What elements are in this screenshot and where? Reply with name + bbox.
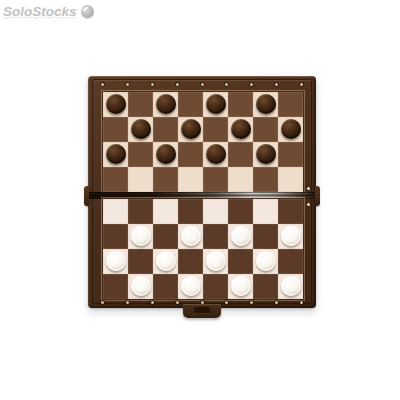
board-square: [153, 92, 178, 117]
board-square: [128, 167, 153, 192]
rivet-dot-icon: [300, 301, 303, 304]
board-square: [153, 142, 178, 167]
white-piece: [231, 276, 251, 296]
board-square: [178, 167, 203, 192]
white-piece: [281, 276, 301, 296]
board-square: [103, 199, 128, 224]
board-square: [103, 167, 128, 192]
board-square: [128, 224, 153, 249]
globe-swoosh: [81, 5, 94, 18]
dark-piece: [206, 94, 226, 114]
board-square: [228, 92, 253, 117]
board-square: [278, 249, 303, 274]
board-square: [128, 274, 153, 299]
board-top-half: [103, 92, 303, 192]
dark-piece: [181, 119, 201, 139]
rivet-dot-icon: [151, 83, 154, 86]
rivet-dot-icon: [176, 301, 179, 304]
dark-piece: [256, 144, 276, 164]
clasp-latch: [183, 304, 221, 318]
board-square: [228, 199, 253, 224]
board-square: [203, 199, 228, 224]
board-square: [278, 117, 303, 142]
white-piece: [281, 226, 301, 246]
rivet-dot-icon: [201, 83, 204, 86]
rivet-dot-icon: [250, 301, 253, 304]
board-square: [203, 117, 228, 142]
board-bottom-half: [103, 199, 303, 299]
board-square: [128, 249, 153, 274]
board-square: [203, 249, 228, 274]
product-photo: SoloStocks: [0, 0, 400, 400]
board-square: [103, 117, 128, 142]
board-square: [128, 199, 153, 224]
board-square: [278, 92, 303, 117]
dark-piece: [156, 144, 176, 164]
rivet-dot-icon: [250, 83, 253, 86]
board-square: [203, 167, 228, 192]
hinge-left: [84, 186, 89, 206]
board-square: [103, 142, 128, 167]
checkers-case: [88, 76, 316, 308]
watermark: SoloStocks: [3, 4, 94, 19]
board-square: [128, 117, 153, 142]
board-square: [153, 167, 178, 192]
white-piece: [181, 226, 201, 246]
hinge-pin-icon: [307, 187, 310, 190]
board-square: [253, 167, 278, 192]
white-piece: [106, 251, 126, 271]
board-square: [278, 274, 303, 299]
board-square: [253, 249, 278, 274]
board-square: [178, 92, 203, 117]
dark-piece: [281, 119, 301, 139]
board-square: [153, 199, 178, 224]
board-square: [228, 167, 253, 192]
white-piece: [156, 251, 176, 271]
rivet-dot-icon: [225, 83, 228, 86]
watermark-brand: SoloStocks: [3, 4, 77, 19]
rivet-dot-icon: [101, 301, 104, 304]
board-square: [228, 249, 253, 274]
board-square: [278, 199, 303, 224]
board-square: [228, 274, 253, 299]
board-square: [228, 142, 253, 167]
board-square: [253, 117, 278, 142]
board-square: [128, 92, 153, 117]
board-square: [178, 274, 203, 299]
rivet-dots-top: [101, 83, 303, 86]
white-piece: [131, 226, 151, 246]
white-piece: [256, 251, 276, 271]
hinge-right: [315, 186, 320, 206]
board-square: [153, 274, 178, 299]
board-square: [253, 92, 278, 117]
board-square: [278, 167, 303, 192]
rivet-dot-icon: [176, 83, 179, 86]
board-square: [128, 142, 153, 167]
rivet-dot-icon: [126, 301, 129, 304]
white-piece: [231, 226, 251, 246]
hinge-pin-icon: [307, 203, 310, 206]
board-square: [253, 224, 278, 249]
rivet-dot-icon: [126, 83, 129, 86]
board-square: [103, 274, 128, 299]
board-square: [228, 224, 253, 249]
board-square: [153, 249, 178, 274]
board-square: [103, 249, 128, 274]
white-piece: [206, 251, 226, 271]
rivet-dot-icon: [101, 83, 104, 86]
board-square: [203, 92, 228, 117]
rivet-dot-icon: [300, 83, 303, 86]
board-square: [278, 142, 303, 167]
board-square: [253, 274, 278, 299]
board-square: [178, 142, 203, 167]
dark-piece: [156, 94, 176, 114]
board-square: [253, 142, 278, 167]
dark-piece: [206, 144, 226, 164]
board-square: [153, 224, 178, 249]
globe-icon: [81, 5, 94, 18]
board-square: [178, 117, 203, 142]
board-square: [203, 274, 228, 299]
white-piece: [181, 276, 201, 296]
board-square: [278, 224, 303, 249]
hinge-seam: [88, 192, 316, 199]
board-square: [228, 117, 253, 142]
board-square: [178, 249, 203, 274]
board-square: [253, 199, 278, 224]
board-square: [178, 199, 203, 224]
board-square: [103, 92, 128, 117]
rivet-dot-icon: [151, 301, 154, 304]
white-piece: [131, 276, 151, 296]
dark-piece: [231, 119, 251, 139]
dark-piece: [106, 144, 126, 164]
board-square: [103, 224, 128, 249]
dark-piece: [256, 94, 276, 114]
rivet-dot-icon: [275, 301, 278, 304]
rivet-dot-icon: [225, 301, 228, 304]
board-square: [203, 142, 228, 167]
board-square: [153, 117, 178, 142]
clasp-tab: [194, 307, 210, 314]
dark-piece: [106, 94, 126, 114]
rivet-dot-icon: [275, 83, 278, 86]
board-square: [178, 224, 203, 249]
dark-piece: [131, 119, 151, 139]
board-square: [203, 224, 228, 249]
